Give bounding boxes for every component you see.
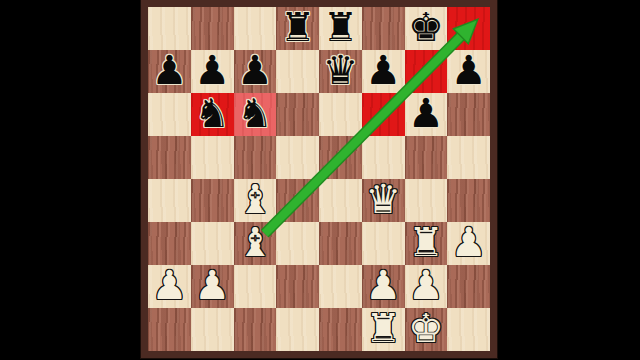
- square-g8[interactable]: ♚: [405, 7, 448, 50]
- square-c7[interactable]: ♟: [234, 50, 277, 93]
- black-knight-b6[interactable]: ♞: [194, 93, 230, 135]
- white-pawn-f2[interactable]: ♟: [365, 265, 401, 307]
- black-pawn-g6[interactable]: ♟: [408, 93, 444, 135]
- board: ♜♜♚♟♟♟♛♟♟♞♞♟♝♛♝♜♟♟♟♟♟♜♚: [148, 7, 490, 351]
- black-pawn-h7[interactable]: ♟: [451, 50, 487, 92]
- square-h5[interactable]: [447, 136, 490, 179]
- square-a4[interactable]: [148, 179, 191, 222]
- square-g6[interactable]: ♟: [405, 93, 448, 136]
- square-d4[interactable]: [276, 179, 319, 222]
- square-a8[interactable]: [148, 7, 191, 50]
- black-pawn-c7[interactable]: ♟: [237, 50, 273, 92]
- square-b2[interactable]: ♟: [191, 265, 234, 308]
- square-f2[interactable]: ♟: [362, 265, 405, 308]
- white-pawn-a2[interactable]: ♟: [151, 265, 187, 307]
- white-pawn-h3[interactable]: ♟: [451, 222, 487, 264]
- square-f7[interactable]: ♟: [362, 50, 405, 93]
- square-d8[interactable]: ♜: [276, 7, 319, 50]
- black-knight-c6[interactable]: ♞: [237, 93, 273, 135]
- square-d1[interactable]: [276, 308, 319, 351]
- square-e4[interactable]: [319, 179, 362, 222]
- square-d2[interactable]: [276, 265, 319, 308]
- white-queen-f4[interactable]: ♛: [365, 179, 401, 221]
- square-c4[interactable]: ♝: [234, 179, 277, 222]
- square-h3[interactable]: ♟: [447, 222, 490, 265]
- square-e5[interactable]: [319, 136, 362, 179]
- square-g5[interactable]: [405, 136, 448, 179]
- square-h4[interactable]: [447, 179, 490, 222]
- square-a7[interactable]: ♟: [148, 50, 191, 93]
- square-c8[interactable]: [234, 7, 277, 50]
- square-e7[interactable]: ♛: [319, 50, 362, 93]
- square-b7[interactable]: ♟: [191, 50, 234, 93]
- white-bishop-c4[interactable]: ♝: [237, 179, 273, 221]
- square-f8[interactable]: [362, 7, 405, 50]
- black-pawn-b7[interactable]: ♟: [194, 50, 230, 92]
- square-a6[interactable]: [148, 93, 191, 136]
- square-f3[interactable]: [362, 222, 405, 265]
- square-g7[interactable]: [405, 50, 448, 93]
- square-d6[interactable]: [276, 93, 319, 136]
- white-rook-f1[interactable]: ♜: [365, 308, 401, 350]
- square-b4[interactable]: [191, 179, 234, 222]
- square-e8[interactable]: ♜: [319, 7, 362, 50]
- square-h2[interactable]: [447, 265, 490, 308]
- black-queen-e7[interactable]: ♛: [322, 50, 358, 92]
- white-bishop-c3[interactable]: ♝: [237, 222, 273, 264]
- square-g2[interactable]: ♟: [405, 265, 448, 308]
- square-c2[interactable]: [234, 265, 277, 308]
- square-e2[interactable]: [319, 265, 362, 308]
- square-c1[interactable]: [234, 308, 277, 351]
- square-h1[interactable]: [447, 308, 490, 351]
- square-g1[interactable]: ♚: [405, 308, 448, 351]
- white-king-g1[interactable]: ♚: [408, 308, 444, 350]
- square-g4[interactable]: [405, 179, 448, 222]
- square-c3[interactable]: ♝: [234, 222, 277, 265]
- square-a2[interactable]: ♟: [148, 265, 191, 308]
- square-f1[interactable]: ♜: [362, 308, 405, 351]
- square-e3[interactable]: [319, 222, 362, 265]
- black-rook-e8[interactable]: ♜: [322, 7, 358, 49]
- square-f4[interactable]: ♛: [362, 179, 405, 222]
- square-b1[interactable]: [191, 308, 234, 351]
- square-f6[interactable]: [362, 93, 405, 136]
- square-b6[interactable]: ♞: [191, 93, 234, 136]
- square-d3[interactable]: [276, 222, 319, 265]
- chess-board-frame: ♜♜♚♟♟♟♛♟♟♞♞♟♝♛♝♜♟♟♟♟♟♜♚: [141, 0, 497, 358]
- black-pawn-f7[interactable]: ♟: [365, 50, 401, 92]
- square-h7[interactable]: ♟: [447, 50, 490, 93]
- square-h8[interactable]: [447, 7, 490, 50]
- white-pawn-g2[interactable]: ♟: [408, 265, 444, 307]
- square-d5[interactable]: [276, 136, 319, 179]
- square-g3[interactable]: ♜: [405, 222, 448, 265]
- square-a5[interactable]: [148, 136, 191, 179]
- square-d7[interactable]: [276, 50, 319, 93]
- square-a3[interactable]: [148, 222, 191, 265]
- black-king-g8[interactable]: ♚: [408, 7, 444, 49]
- square-f5[interactable]: [362, 136, 405, 179]
- square-b8[interactable]: [191, 7, 234, 50]
- black-pawn-a7[interactable]: ♟: [151, 50, 187, 92]
- square-b5[interactable]: [191, 136, 234, 179]
- black-rook-d8[interactable]: ♜: [280, 7, 316, 49]
- square-c6[interactable]: ♞: [234, 93, 277, 136]
- square-c5[interactable]: [234, 136, 277, 179]
- square-e6[interactable]: [319, 93, 362, 136]
- square-b3[interactable]: [191, 222, 234, 265]
- white-pawn-b2[interactable]: ♟: [194, 265, 230, 307]
- video-frame: ♜♜♚♟♟♟♛♟♟♞♞♟♝♛♝♜♟♟♟♟♟♜♚: [0, 0, 640, 360]
- square-a1[interactable]: [148, 308, 191, 351]
- square-e1[interactable]: [319, 308, 362, 351]
- square-h6[interactable]: [447, 93, 490, 136]
- white-rook-g3[interactable]: ♜: [408, 222, 444, 264]
